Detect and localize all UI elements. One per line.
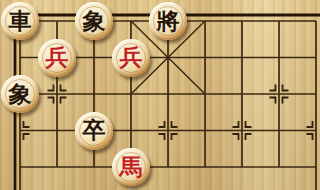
black-soldier-glyph: 卒 [83, 118, 106, 141]
black-chariot-glyph: 車 [9, 9, 32, 32]
red-soldier-piece[interactable]: 兵 [38, 39, 76, 77]
black-elephant-glyph: 象 [9, 82, 32, 105]
black-elephant-piece[interactable]: 象 [75, 2, 113, 40]
red-soldier-glyph: 兵 [120, 45, 143, 68]
black-general-glyph: 將 [157, 9, 180, 32]
red-horse-glyph: 馬 [120, 155, 143, 178]
xiangqi-board: 車象將兵兵象卒馬 [0, 0, 320, 190]
black-chariot-piece[interactable]: 車 [1, 2, 39, 40]
black-soldier-piece[interactable]: 卒 [75, 112, 113, 150]
red-soldier-glyph: 兵 [46, 45, 69, 68]
red-horse-piece[interactable]: 馬 [112, 148, 150, 186]
black-elephant-glyph: 象 [83, 9, 106, 32]
pieces-layer: 車象將兵兵象卒馬 [2, 3, 320, 186]
black-general-piece[interactable]: 將 [149, 2, 187, 40]
red-soldier-piece[interactable]: 兵 [112, 39, 150, 77]
black-elephant-piece[interactable]: 象 [1, 75, 39, 113]
